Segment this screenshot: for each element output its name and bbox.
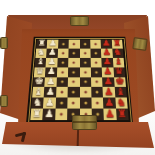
red-pawn[interactable]: ♟ (103, 57, 112, 66)
square[interactable] (80, 98, 92, 109)
white-queen[interactable]: ♛ (35, 66, 45, 75)
square[interactable] (69, 40, 80, 49)
square[interactable] (57, 58, 68, 67)
white-rook[interactable]: ♜ (37, 39, 46, 47)
white-knight[interactable]: ♞ (37, 48, 46, 56)
square[interactable] (80, 58, 91, 67)
square[interactable] (91, 67, 103, 77)
red-bishop[interactable]: ♝ (115, 86, 125, 96)
red-knight[interactable]: ♞ (113, 48, 122, 56)
white-knight[interactable]: ♞ (33, 97, 43, 107)
square[interactable] (90, 48, 101, 57)
travel-chess-set-photo: ♜♟♟♜♞♟♟♞♝♟♟♝♛♟♟♛♚♟♟♚♝♟♟♝♞♟♟♞♜♟♟♜ (0, 0, 155, 155)
white-pawn[interactable]: ♟ (47, 57, 56, 66)
square[interactable] (91, 77, 103, 87)
brass-hinge-icon (132, 37, 148, 51)
white-pawn[interactable]: ♟ (45, 97, 55, 107)
square[interactable]: ♜ (30, 109, 43, 120)
brass-hinge-icon (72, 115, 97, 130)
square[interactable] (56, 77, 68, 87)
white-pawn[interactable]: ♟ (46, 76, 56, 85)
square[interactable] (91, 87, 103, 98)
board-grid: ♜♟♟♜♞♟♟♞♝♟♟♝♛♟♟♛♚♟♟♚♝♟♟♝♞♟♟♞♜♟♟♜ (30, 40, 128, 120)
square[interactable] (80, 77, 92, 87)
white-pawn[interactable]: ♟ (48, 48, 57, 56)
red-pawn[interactable]: ♟ (102, 48, 111, 56)
red-bishop[interactable]: ♝ (114, 57, 123, 66)
red-pawn[interactable]: ♟ (105, 108, 115, 118)
square[interactable] (80, 40, 91, 49)
red-pawn[interactable]: ♟ (103, 76, 113, 85)
square[interactable] (55, 109, 68, 120)
white-pawn[interactable]: ♟ (47, 66, 56, 75)
square[interactable] (91, 58, 102, 67)
square[interactable] (57, 67, 69, 77)
red-pawn[interactable]: ♟ (104, 97, 114, 107)
red-rook[interactable]: ♜ (117, 108, 127, 118)
square[interactable]: ♜ (116, 109, 129, 120)
square[interactable]: ♟ (104, 109, 117, 120)
white-pawn[interactable]: ♟ (48, 39, 57, 47)
square[interactable] (57, 48, 68, 57)
chess-board: ♜♟♟♜♞♟♟♞♝♟♟♝♛♟♟♛♚♟♟♚♝♟♟♝♞♟♟♞♜♟♟♜ (26, 37, 133, 124)
red-king[interactable]: ♚ (115, 76, 125, 85)
board-frame: ♜♟♟♜♞♟♟♞♝♟♟♝♛♟♟♛♚♟♟♚♝♟♟♝♞♟♟♞♜♟♟♜ (26, 37, 133, 124)
square[interactable] (68, 67, 79, 77)
white-pawn[interactable]: ♟ (45, 86, 55, 96)
red-pawn[interactable]: ♟ (104, 86, 114, 96)
square[interactable] (58, 40, 69, 49)
square[interactable] (80, 87, 92, 98)
square[interactable] (91, 98, 103, 109)
brass-hinge-icon (0, 37, 8, 49)
brass-hinge-icon (70, 16, 89, 26)
square[interactable] (68, 48, 79, 57)
red-knight[interactable]: ♞ (116, 97, 126, 107)
red-rook[interactable]: ♜ (112, 39, 121, 47)
white-king[interactable]: ♚ (34, 76, 44, 85)
square[interactable] (67, 98, 79, 109)
red-pawn[interactable]: ♟ (102, 39, 111, 47)
white-pawn[interactable]: ♟ (44, 108, 54, 118)
square[interactable] (55, 98, 67, 109)
red-pawn[interactable]: ♟ (103, 66, 112, 75)
square[interactable] (68, 77, 80, 87)
white-bishop[interactable]: ♝ (33, 86, 43, 96)
square[interactable] (56, 87, 68, 98)
square[interactable] (68, 87, 80, 98)
square[interactable] (80, 48, 91, 57)
square[interactable] (68, 58, 79, 67)
white-rook[interactable]: ♜ (32, 108, 42, 118)
red-queen[interactable]: ♛ (114, 66, 124, 75)
brass-hinge-icon (0, 95, 8, 107)
white-bishop[interactable]: ♝ (36, 57, 45, 66)
square[interactable] (90, 40, 101, 49)
square[interactable] (80, 67, 91, 77)
square[interactable]: ♟ (43, 109, 56, 120)
